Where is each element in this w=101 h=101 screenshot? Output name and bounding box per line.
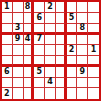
- cell-r2c8[interactable]: [77, 13, 88, 24]
- cell-r8c4[interactable]: [34, 78, 45, 89]
- cell-r2c4[interactable]: 6: [34, 13, 45, 24]
- cell-r3c8[interactable]: 8: [77, 24, 88, 35]
- cell-r8c1[interactable]: [2, 78, 13, 89]
- cell-r5c6[interactable]: [56, 45, 67, 56]
- cell-r3c5[interactable]: [45, 24, 56, 35]
- cell-r9c3[interactable]: [24, 88, 35, 99]
- cell-r5c7[interactable]: 2: [67, 45, 78, 56]
- cell-r2c5[interactable]: [45, 13, 56, 24]
- cell-r8c2[interactable]: [13, 78, 24, 89]
- cell-r4c1[interactable]: [2, 35, 13, 46]
- cell-r3c4[interactable]: [34, 24, 45, 35]
- cell-r1c3[interactable]: 8: [24, 2, 35, 13]
- cell-r9c6[interactable]: [56, 88, 67, 99]
- cell-r9c4[interactable]: [34, 88, 45, 99]
- cell-r2c7[interactable]: 5: [67, 13, 78, 24]
- cell-r4c4[interactable]: 7: [34, 35, 45, 46]
- cell-r6c2[interactable]: [13, 56, 24, 67]
- cell-r3c9[interactable]: [88, 24, 99, 35]
- cell-r1c9[interactable]: [88, 2, 99, 13]
- cell-r9c1[interactable]: 2: [2, 88, 13, 99]
- cell-r1c1[interactable]: 1: [2, 2, 13, 13]
- cell-r5c2[interactable]: [13, 45, 24, 56]
- cell-r6c8[interactable]: [77, 56, 88, 67]
- cell-r3c2[interactable]: 3: [13, 24, 24, 35]
- cell-r2c2[interactable]: [13, 13, 24, 24]
- cell-r8c6[interactable]: [56, 78, 67, 89]
- cell-r3c6[interactable]: [56, 24, 67, 35]
- cell-r5c5[interactable]: [45, 45, 56, 56]
- cell-r7c6[interactable]: [56, 67, 67, 78]
- cell-r7c7[interactable]: [67, 67, 78, 78]
- sudoku-board: 18265389472165942: [0, 0, 101, 101]
- cell-r9c5[interactable]: [45, 88, 56, 99]
- cell-r6c1[interactable]: [2, 56, 13, 67]
- cell-r4c6[interactable]: [56, 35, 67, 46]
- cell-r7c1[interactable]: 6: [2, 67, 13, 78]
- cell-r7c9[interactable]: [88, 67, 99, 78]
- cell-r2c1[interactable]: [2, 13, 13, 24]
- cell-r7c8[interactable]: 9: [77, 67, 88, 78]
- cell-r3c7[interactable]: [67, 24, 78, 35]
- cell-r5c8[interactable]: [77, 45, 88, 56]
- cell-r4c8[interactable]: [77, 35, 88, 46]
- cell-r7c5[interactable]: [45, 67, 56, 78]
- cell-r9c7[interactable]: [67, 88, 78, 99]
- cell-r7c4[interactable]: 5: [34, 67, 45, 78]
- cell-r6c3[interactable]: [24, 56, 35, 67]
- cell-r5c9[interactable]: 1: [88, 45, 99, 56]
- cell-r1c4[interactable]: [34, 2, 45, 13]
- cell-r7c3[interactable]: [24, 67, 35, 78]
- sudoku-puzzle: 18265389472165942: [0, 0, 101, 101]
- cell-r2c6[interactable]: [56, 13, 67, 24]
- cell-r5c1[interactable]: [2, 45, 13, 56]
- cell-r3c3[interactable]: [24, 24, 35, 35]
- cell-r6c4[interactable]: [34, 56, 45, 67]
- cell-r8c9[interactable]: [88, 78, 99, 89]
- cell-r4c9[interactable]: [88, 35, 99, 46]
- cell-r4c3[interactable]: 4: [24, 35, 35, 46]
- cell-r1c6[interactable]: [56, 2, 67, 13]
- cell-r2c3[interactable]: [24, 13, 35, 24]
- cell-r5c4[interactable]: [34, 45, 45, 56]
- cell-r3c1[interactable]: [2, 24, 13, 35]
- cell-r9c9[interactable]: [88, 88, 99, 99]
- cell-r7c2[interactable]: [13, 67, 24, 78]
- cell-r9c2[interactable]: [13, 88, 24, 99]
- cell-r6c6[interactable]: [56, 56, 67, 67]
- cell-r5c3[interactable]: [24, 45, 35, 56]
- cell-r1c2[interactable]: [13, 2, 24, 13]
- cell-r8c3[interactable]: [24, 78, 35, 89]
- cell-r9c8[interactable]: [77, 88, 88, 99]
- cell-r4c5[interactable]: [45, 35, 56, 46]
- cell-r1c7[interactable]: [67, 2, 78, 13]
- cell-r8c7[interactable]: [67, 78, 78, 89]
- cell-r6c9[interactable]: [88, 56, 99, 67]
- cell-r4c7[interactable]: [67, 35, 78, 46]
- cell-r8c8[interactable]: [77, 78, 88, 89]
- cell-r6c7[interactable]: [67, 56, 78, 67]
- cell-r1c8[interactable]: [77, 2, 88, 13]
- cell-r1c5[interactable]: 2: [45, 2, 56, 13]
- cell-r4c2[interactable]: 9: [13, 35, 24, 46]
- cell-r6c5[interactable]: [45, 56, 56, 67]
- cell-r2c9[interactable]: [88, 13, 99, 24]
- cell-r8c5[interactable]: 4: [45, 78, 56, 89]
